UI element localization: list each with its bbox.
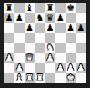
white-rook[interactable]: ♜ xyxy=(25,73,34,82)
square-d8[interactable] xyxy=(35,3,45,13)
square-g4[interactable] xyxy=(66,43,76,53)
square-b3[interactable] xyxy=(14,53,24,63)
white-rook[interactable]: ♜ xyxy=(36,73,45,82)
black-pawn[interactable]: ♟ xyxy=(46,23,55,32)
square-e5[interactable] xyxy=(45,33,55,43)
white-pawn[interactable]: ♟ xyxy=(77,63,86,72)
square-b8[interactable] xyxy=(14,3,24,13)
square-b2[interactable]: ♟ xyxy=(14,63,24,73)
square-e7[interactable]: ♛ xyxy=(45,13,55,23)
square-f7[interactable]: ♟ xyxy=(55,13,65,23)
square-g2[interactable]: ♟ xyxy=(66,63,76,73)
square-e3[interactable]: ♟ xyxy=(45,53,55,63)
square-e1[interactable] xyxy=(45,73,55,83)
square-f3[interactable] xyxy=(55,53,65,63)
square-d4[interactable] xyxy=(35,43,45,53)
black-pawn[interactable]: ♟ xyxy=(5,13,14,22)
white-bishop[interactable]: ♝ xyxy=(15,73,24,82)
square-b4[interactable] xyxy=(14,43,24,53)
square-f1[interactable] xyxy=(55,73,65,83)
square-c7[interactable] xyxy=(25,13,35,23)
square-c8[interactable]: ♝ xyxy=(25,3,35,13)
square-e8[interactable]: ♜ xyxy=(45,3,55,13)
chess-board-frame: ♜♝♜♚♟♟♞♛♟♟♟♟♟♞♟♛♟♟♟♟♟♝♜♜♚ xyxy=(0,0,90,88)
square-b1[interactable]: ♝ xyxy=(14,73,24,83)
square-g6[interactable]: ♟ xyxy=(66,23,76,33)
square-e4[interactable]: ♞ xyxy=(45,43,55,53)
square-h7[interactable] xyxy=(76,13,86,23)
white-queen[interactable]: ♛ xyxy=(25,53,34,62)
white-king[interactable]: ♚ xyxy=(66,73,75,82)
white-pawn[interactable]: ♟ xyxy=(66,63,75,72)
square-d5[interactable] xyxy=(35,33,45,43)
square-d3[interactable] xyxy=(35,53,45,63)
square-a4[interactable] xyxy=(4,43,14,53)
square-a2[interactable] xyxy=(4,63,14,73)
white-pawn[interactable]: ♟ xyxy=(56,63,65,72)
square-a6[interactable] xyxy=(4,23,14,33)
square-f2[interactable]: ♟ xyxy=(55,63,65,73)
black-pawn[interactable]: ♟ xyxy=(66,23,75,32)
white-pawn[interactable]: ♟ xyxy=(46,53,55,62)
square-a1[interactable] xyxy=(4,73,14,83)
square-b5[interactable] xyxy=(14,33,24,43)
chess-board: ♜♝♜♚♟♟♞♛♟♟♟♟♟♞♟♛♟♟♟♟♟♝♜♜♚ xyxy=(4,3,86,83)
square-g5[interactable] xyxy=(66,33,76,43)
square-h1[interactable] xyxy=(76,73,86,83)
square-d7[interactable]: ♞ xyxy=(35,13,45,23)
square-a3[interactable]: ♟ xyxy=(4,53,14,63)
square-h2[interactable]: ♟ xyxy=(76,63,86,73)
square-b6[interactable] xyxy=(14,23,24,33)
square-a5[interactable] xyxy=(4,33,14,43)
black-queen[interactable]: ♛ xyxy=(46,13,55,22)
square-a7[interactable]: ♟ xyxy=(4,13,14,23)
black-pawn[interactable]: ♟ xyxy=(15,13,24,22)
square-g7[interactable] xyxy=(66,13,76,23)
square-h5[interactable] xyxy=(76,33,86,43)
square-e6[interactable]: ♟ xyxy=(45,23,55,33)
square-h8[interactable] xyxy=(76,3,86,13)
square-h4[interactable] xyxy=(76,43,86,53)
black-knight[interactable]: ♞ xyxy=(36,13,45,22)
square-c1[interactable]: ♜ xyxy=(25,73,35,83)
square-c5[interactable] xyxy=(25,33,35,43)
square-c3[interactable]: ♛ xyxy=(25,53,35,63)
black-bishop[interactable]: ♝ xyxy=(25,3,34,12)
white-knight[interactable]: ♞ xyxy=(46,43,55,52)
black-pawn[interactable]: ♟ xyxy=(77,23,86,32)
square-c2[interactable] xyxy=(25,63,35,73)
square-d2[interactable] xyxy=(35,63,45,73)
square-f5[interactable] xyxy=(55,33,65,43)
black-pawn[interactable]: ♟ xyxy=(25,23,34,32)
square-b7[interactable]: ♟ xyxy=(14,13,24,23)
square-a8[interactable]: ♜ xyxy=(4,3,14,13)
black-rook[interactable]: ♜ xyxy=(46,3,55,12)
square-g8[interactable]: ♚ xyxy=(66,3,76,13)
square-h3[interactable] xyxy=(76,53,86,63)
square-d1[interactable]: ♜ xyxy=(35,73,45,83)
black-king[interactable]: ♚ xyxy=(66,3,75,12)
square-c6[interactable]: ♟ xyxy=(25,23,35,33)
square-c4[interactable] xyxy=(25,43,35,53)
square-f4[interactable] xyxy=(55,43,65,53)
square-f6[interactable] xyxy=(55,23,65,33)
black-pawn[interactable]: ♟ xyxy=(56,13,65,22)
square-h6[interactable]: ♟ xyxy=(76,23,86,33)
square-e2[interactable] xyxy=(45,63,55,73)
white-pawn[interactable]: ♟ xyxy=(15,63,24,72)
square-d6[interactable] xyxy=(35,23,45,33)
square-g3[interactable] xyxy=(66,53,76,63)
black-rook[interactable]: ♜ xyxy=(5,3,14,12)
square-g1[interactable]: ♚ xyxy=(66,73,76,83)
square-f8[interactable] xyxy=(55,3,65,13)
white-pawn[interactable]: ♟ xyxy=(5,53,14,62)
